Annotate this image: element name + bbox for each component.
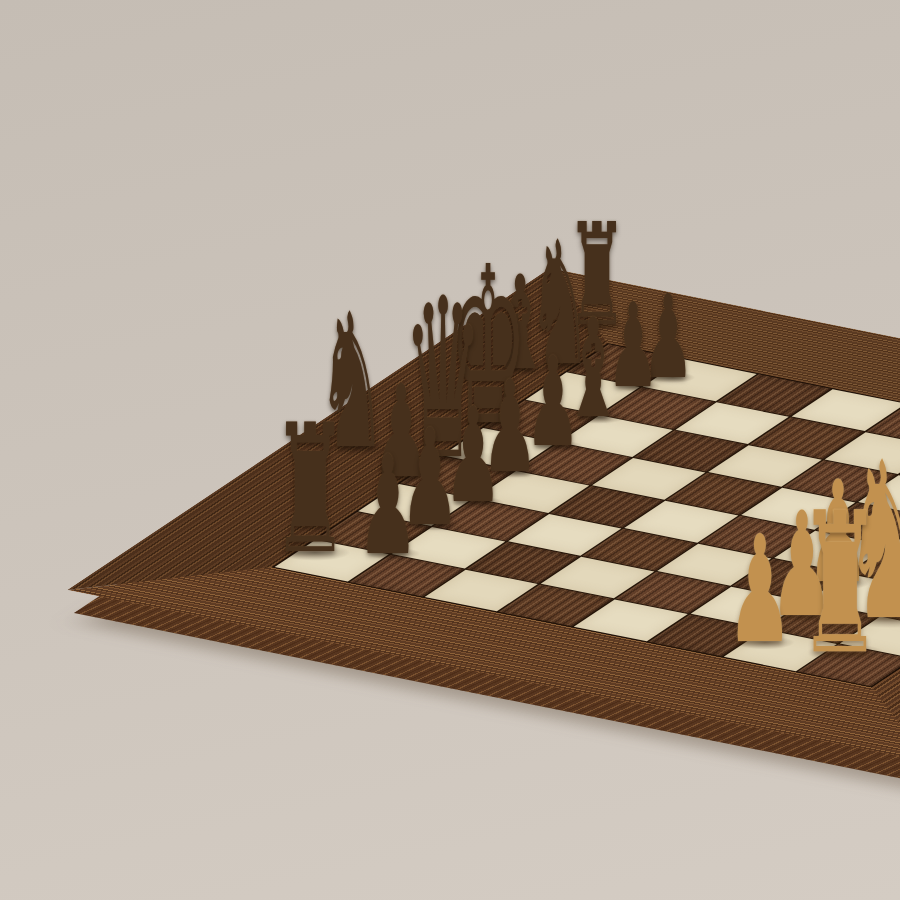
- rook-glyph: ♜: [272, 428, 349, 553]
- pawn-glyph: ♟: [727, 539, 793, 643]
- pieces-layer: ♜♟♟♟♟♞♛♚♟♟♝♝♞♟♜♟♟♟♟♜♞: [0, 0, 900, 900]
- photo-backdrop: ♜♟♟♟♟♞♛♚♟♟♝♝♞♟♜♟♟♟♟♜♞: [0, 0, 900, 900]
- pawn-glyph: ♟: [357, 458, 418, 554]
- rook-glyph: ♜: [799, 517, 882, 653]
